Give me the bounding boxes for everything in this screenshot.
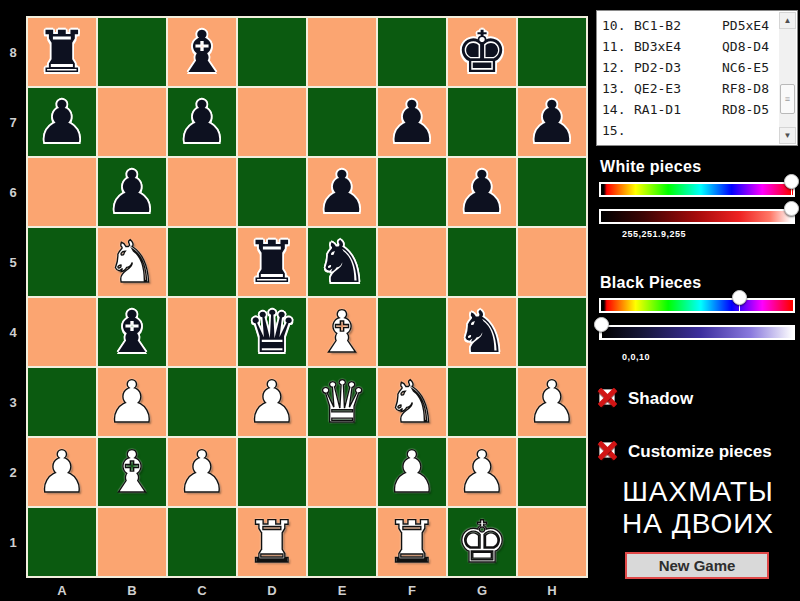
black-hue-handle[interactable]: [732, 290, 747, 305]
piece-white-rook[interactable]: ♜: [386, 508, 438, 576]
move-row: 10.BC1-B2PD5xE4: [602, 15, 777, 36]
square-b4[interactable]: ♝: [98, 298, 166, 366]
move-number: 12.: [602, 57, 634, 78]
piece-black-pawn[interactable]: ♟: [386, 88, 438, 156]
white-move: RA1-D1: [634, 99, 722, 120]
square-h5[interactable]: [518, 228, 586, 296]
piece-white-pawn[interactable]: ♟: [456, 438, 508, 506]
square-g4[interactable]: ♞: [448, 298, 516, 366]
piece-black-queen[interactable]: ♛: [246, 298, 298, 366]
white-move: BC1-B2: [634, 15, 722, 36]
square-e1[interactable]: [308, 508, 376, 576]
square-e8[interactable]: [308, 18, 376, 86]
piece-white-bishop[interactable]: ♝: [106, 438, 158, 506]
square-h3[interactable]: ♟: [518, 368, 586, 436]
piece-black-pawn[interactable]: ♟: [106, 158, 158, 226]
square-g5[interactable]: [448, 228, 516, 296]
move-number: 15.: [602, 120, 634, 141]
file-label-e: E: [308, 583, 376, 598]
square-e5[interactable]: ♞: [308, 228, 376, 296]
square-a8[interactable]: ♜: [28, 18, 96, 86]
square-a2[interactable]: ♟: [28, 438, 96, 506]
piece-black-knight[interactable]: ♞: [456, 298, 508, 366]
rank-label-6: 6: [2, 185, 24, 200]
rank-label-4: 4: [2, 325, 24, 340]
black-move: [722, 120, 777, 141]
move-number: 10.: [602, 15, 634, 36]
rank-label-2: 2: [2, 465, 24, 480]
square-f3[interactable]: ♞: [378, 368, 446, 436]
square-d8[interactable]: [238, 18, 306, 86]
scroll-down-icon: ▼: [784, 131, 792, 140]
square-f8[interactable]: [378, 18, 446, 86]
square-c6[interactable]: [168, 158, 236, 226]
square-g1[interactable]: ♚: [448, 508, 516, 576]
file-label-g: G: [448, 583, 516, 598]
white-move: BD3xE4: [634, 36, 722, 57]
square-c5[interactable]: [168, 228, 236, 296]
white-rgb-value: 255,251.9,255: [622, 229, 686, 239]
square-f5[interactable]: [378, 228, 446, 296]
value-gradient: [601, 327, 793, 338]
black-move: PD5xE4: [722, 15, 777, 36]
shadow-checkbox[interactable]: [599, 389, 615, 405]
customize-pieces-checkbox[interactable]: [599, 442, 615, 458]
square-f6[interactable]: [378, 158, 446, 226]
black-value-slider[interactable]: [599, 325, 795, 340]
piece-black-pawn[interactable]: ♟: [176, 88, 228, 156]
black-hue-slider[interactable]: [599, 298, 795, 313]
square-c2[interactable]: ♟: [168, 438, 236, 506]
piece-black-pawn[interactable]: ♟: [316, 158, 368, 226]
piece-white-pawn[interactable]: ♟: [526, 368, 578, 436]
piece-black-rook[interactable]: ♜: [36, 18, 88, 86]
piece-white-queen[interactable]: ♛: [316, 368, 368, 436]
square-c4[interactable]: [168, 298, 236, 366]
white-value-handle[interactable]: [784, 201, 799, 216]
square-f1[interactable]: ♜: [378, 508, 446, 576]
black-move: NC6-E5: [722, 57, 777, 78]
chess-board: ♜♝♚♟♟♟♟♟♟♟♞♜♞♝♛♝♞♟♟♛♞♟♟♝♟♟♟♜♜♚: [26, 16, 588, 578]
move-row: 11.BD3xE4QD8-D4: [602, 36, 777, 57]
rank-label-3: 3: [2, 395, 24, 410]
white-move: [634, 120, 722, 141]
square-f7[interactable]: ♟: [378, 88, 446, 156]
square-a7[interactable]: ♟: [28, 88, 96, 156]
square-c3[interactable]: [168, 368, 236, 436]
square-d7[interactable]: [238, 88, 306, 156]
square-e3[interactable]: ♛: [308, 368, 376, 436]
square-g2[interactable]: ♟: [448, 438, 516, 506]
move-list-panel: 10.BC1-B2PD5xE411.BD3xE4QD8-D412.PD2-D3N…: [596, 10, 798, 146]
square-h4[interactable]: [518, 298, 586, 366]
file-label-f: F: [378, 583, 446, 598]
square-a5[interactable]: [28, 228, 96, 296]
square-e4[interactable]: ♝: [308, 298, 376, 366]
shadow-label: Shadow: [628, 389, 693, 409]
square-b8[interactable]: [98, 18, 166, 86]
white-move: PD2-D3: [634, 57, 722, 78]
white-hue-handle[interactable]: [784, 174, 799, 189]
file-label-c: C: [168, 583, 236, 598]
black-move: RD8-D5: [722, 99, 777, 120]
square-b6[interactable]: ♟: [98, 158, 166, 226]
square-e2[interactable]: [308, 438, 376, 506]
square-h1[interactable]: [518, 508, 586, 576]
square-h8[interactable]: [518, 18, 586, 86]
piece-white-knight[interactable]: ♞: [106, 228, 158, 296]
square-d3[interactable]: ♟: [238, 368, 306, 436]
piece-black-king[interactable]: ♚: [456, 18, 508, 86]
move-number: 11.: [602, 36, 634, 57]
move-row: 15.: [602, 120, 777, 141]
piece-white-pawn[interactable]: ♟: [106, 368, 158, 436]
scroll-up-icon: ▲: [784, 16, 792, 25]
square-c8[interactable]: ♝: [168, 18, 236, 86]
piece-white-bishop[interactable]: ♝: [316, 298, 368, 366]
piece-black-pawn[interactable]: ♟: [456, 158, 508, 226]
piece-black-pawn[interactable]: ♟: [36, 88, 88, 156]
square-f2[interactable]: ♟: [378, 438, 446, 506]
thumb-grip-icon: ≡: [785, 94, 790, 104]
square-a1[interactable]: [28, 508, 96, 576]
white-hue-slider[interactable]: [599, 182, 795, 197]
square-b2[interactable]: ♝: [98, 438, 166, 506]
piece-white-pawn[interactable]: ♟: [386, 438, 438, 506]
white-value-slider[interactable]: [599, 209, 795, 224]
hue-gradient: [601, 300, 793, 311]
move-list-scrollbar[interactable]: ▲ ≡ ▼: [779, 12, 796, 144]
square-a3[interactable]: [28, 368, 96, 436]
square-h2[interactable]: [518, 438, 586, 506]
app-title-line1: ШАХМАТЫ: [596, 476, 800, 508]
rank-label-8: 8: [2, 45, 24, 60]
square-b5[interactable]: ♞: [98, 228, 166, 296]
file-label-a: A: [28, 583, 96, 598]
white-move: QE2-E3: [634, 78, 722, 99]
file-label-b: B: [98, 583, 166, 598]
rank-label-5: 5: [2, 255, 24, 270]
app-title-line2: НА ДВОИХ: [596, 508, 800, 540]
move-number: 13.: [602, 78, 634, 99]
piece-white-pawn[interactable]: ♟: [36, 438, 88, 506]
rank-label-7: 7: [2, 115, 24, 130]
piece-black-bishop[interactable]: ♝: [176, 18, 228, 86]
square-g7[interactable]: [448, 88, 516, 156]
black-move: RF8-D8: [722, 78, 777, 99]
square-c7[interactable]: ♟: [168, 88, 236, 156]
black-rgb-value: 0,0,10: [622, 352, 650, 362]
move-list: 10.BC1-B2PD5xE411.BD3xE4QD8-D412.PD2-D3N…: [602, 15, 777, 143]
square-b7[interactable]: [98, 88, 166, 156]
square-e6[interactable]: ♟: [308, 158, 376, 226]
square-a4[interactable]: [28, 298, 96, 366]
square-d6[interactable]: [238, 158, 306, 226]
square-c1[interactable]: [168, 508, 236, 576]
app-window: ♜♝♚♟♟♟♟♟♟♟♞♜♞♝♛♝♞♟♟♛♞♟♟♝♟♟♟♜♜♚ 87654321 …: [0, 0, 800, 601]
square-b1[interactable]: [98, 508, 166, 576]
piece-black-bishop[interactable]: ♝: [106, 298, 158, 366]
square-b3[interactable]: ♟: [98, 368, 166, 436]
value-gradient: [601, 211, 793, 222]
move-row: 13.QE2-E3RF8-D8: [602, 78, 777, 99]
piece-black-pawn[interactable]: ♟: [526, 88, 578, 156]
square-d1[interactable]: ♜: [238, 508, 306, 576]
move-row: 14.RA1-D1RD8-D5: [602, 99, 777, 120]
black-move: QD8-D4: [722, 36, 777, 57]
piece-white-knight[interactable]: ♞: [386, 368, 438, 436]
square-d4[interactable]: ♛: [238, 298, 306, 366]
square-g6[interactable]: ♟: [448, 158, 516, 226]
piece-white-pawn[interactable]: ♟: [246, 368, 298, 436]
rank-label-1: 1: [2, 535, 24, 550]
piece-white-rook[interactable]: ♜: [246, 508, 298, 576]
scroll-up-button[interactable]: ▲: [779, 12, 796, 29]
square-g8[interactable]: ♚: [448, 18, 516, 86]
square-a6[interactable]: [28, 158, 96, 226]
black-pieces-label: Black Pieces: [600, 274, 701, 292]
white-pieces-label: White pieces: [600, 158, 701, 176]
new-game-button[interactable]: New Game: [625, 552, 769, 579]
piece-black-knight[interactable]: ♞: [316, 228, 368, 296]
square-d2[interactable]: [238, 438, 306, 506]
square-h7[interactable]: ♟: [518, 88, 586, 156]
move-number: 14.: [602, 99, 634, 120]
file-label-h: H: [518, 583, 586, 598]
piece-black-rook[interactable]: ♜: [246, 228, 298, 296]
black-value-handle[interactable]: [594, 317, 609, 332]
file-label-d: D: [238, 583, 306, 598]
scroll-down-button[interactable]: ▼: [779, 127, 796, 144]
move-row: 12.PD2-D3NC6-E5: [602, 57, 777, 78]
piece-white-pawn[interactable]: ♟: [176, 438, 228, 506]
piece-white-king[interactable]: ♚: [456, 508, 508, 576]
scrollbar-thumb[interactable]: ≡: [780, 84, 795, 114]
square-g3[interactable]: [448, 368, 516, 436]
square-d5[interactable]: ♜: [238, 228, 306, 296]
square-e7[interactable]: [308, 88, 376, 156]
hue-gradient: [601, 184, 793, 195]
customize-pieces-label: Customize pieces: [628, 442, 772, 462]
square-f4[interactable]: [378, 298, 446, 366]
square-h6[interactable]: [518, 158, 586, 226]
